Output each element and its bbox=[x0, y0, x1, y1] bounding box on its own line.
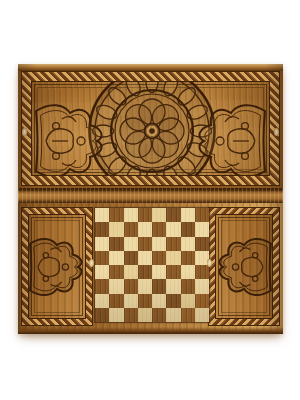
chess-square[interactable] bbox=[166, 265, 180, 279]
chess-square[interactable] bbox=[109, 237, 123, 251]
chess-square[interactable] bbox=[195, 308, 209, 322]
chess-square[interactable] bbox=[181, 208, 195, 222]
chess-square[interactable] bbox=[181, 279, 195, 293]
chess-square[interactable] bbox=[124, 208, 138, 222]
chess-square[interactable] bbox=[166, 251, 180, 265]
lid-top-edge bbox=[18, 64, 283, 71]
chess-square[interactable] bbox=[181, 222, 195, 236]
lid-medallion-left bbox=[32, 101, 106, 176]
chess-square[interactable] bbox=[124, 222, 138, 236]
chess-square[interactable] bbox=[95, 308, 109, 322]
chess-square[interactable] bbox=[195, 279, 209, 293]
chess-square[interactable] bbox=[181, 251, 195, 265]
backgammon-chess-case bbox=[18, 64, 283, 334]
chess-square[interactable] bbox=[109, 251, 123, 265]
latch-pin-hole-lid-left bbox=[22, 128, 27, 136]
chess-square[interactable] bbox=[166, 294, 180, 308]
side-panel-right bbox=[208, 207, 280, 326]
chess-square[interactable] bbox=[109, 308, 123, 322]
chess-square[interactable] bbox=[95, 251, 109, 265]
chess-square[interactable] bbox=[109, 222, 123, 236]
side-panel-left bbox=[21, 207, 93, 326]
case-hinge-seam bbox=[18, 188, 283, 203]
chess-board bbox=[95, 208, 209, 322]
chess-square[interactable] bbox=[181, 265, 195, 279]
chess-square[interactable] bbox=[152, 279, 166, 293]
chess-square[interactable] bbox=[152, 308, 166, 322]
chess-square[interactable] bbox=[166, 208, 180, 222]
latch-pin-hole-lid-right bbox=[274, 128, 279, 136]
chess-square[interactable] bbox=[109, 279, 123, 293]
lid-carved-field bbox=[31, 81, 270, 176]
chess-square[interactable] bbox=[195, 208, 209, 222]
case-lid bbox=[18, 64, 283, 188]
right-panel-field bbox=[215, 214, 273, 319]
chess-square[interactable] bbox=[181, 237, 195, 251]
chess-square[interactable] bbox=[152, 222, 166, 236]
chess-square[interactable] bbox=[152, 294, 166, 308]
product-photo bbox=[0, 0, 300, 400]
chess-square[interactable] bbox=[138, 251, 152, 265]
chess-square[interactable] bbox=[109, 294, 123, 308]
trefoil-ornament-left bbox=[28, 229, 85, 305]
chess-square[interactable] bbox=[95, 279, 109, 293]
chess-square[interactable] bbox=[181, 308, 195, 322]
chess-square[interactable] bbox=[95, 294, 109, 308]
chess-square[interactable] bbox=[124, 279, 138, 293]
chess-square[interactable] bbox=[195, 265, 209, 279]
chess-square[interactable] bbox=[152, 208, 166, 222]
chess-square[interactable] bbox=[195, 222, 209, 236]
chess-square[interactable] bbox=[95, 208, 109, 222]
chess-square[interactable] bbox=[109, 265, 123, 279]
left-panel-field bbox=[28, 214, 86, 319]
chess-square[interactable] bbox=[138, 222, 152, 236]
chess-square[interactable] bbox=[138, 265, 152, 279]
case-bottom-half bbox=[18, 203, 283, 334]
chess-square[interactable] bbox=[124, 294, 138, 308]
chess-square[interactable] bbox=[95, 237, 109, 251]
chess-square[interactable] bbox=[195, 294, 209, 308]
chess-square[interactable] bbox=[138, 237, 152, 251]
chess-square[interactable] bbox=[138, 308, 152, 322]
chess-square[interactable] bbox=[166, 308, 180, 322]
chess-square[interactable] bbox=[95, 265, 109, 279]
chess-square[interactable] bbox=[152, 265, 166, 279]
chess-square[interactable] bbox=[124, 308, 138, 322]
chess-square[interactable] bbox=[124, 251, 138, 265]
chess-square[interactable] bbox=[166, 237, 180, 251]
chess-square[interactable] bbox=[195, 237, 209, 251]
chess-square[interactable] bbox=[181, 294, 195, 308]
chess-square[interactable] bbox=[138, 208, 152, 222]
chess-square[interactable] bbox=[95, 222, 109, 236]
chess-square[interactable] bbox=[124, 265, 138, 279]
latch-pin-hole-bottom-left bbox=[89, 259, 94, 267]
chess-square[interactable] bbox=[124, 237, 138, 251]
chess-square[interactable] bbox=[138, 279, 152, 293]
chess-square[interactable] bbox=[166, 279, 180, 293]
chess-square[interactable] bbox=[152, 237, 166, 251]
chess-square[interactable] bbox=[166, 222, 180, 236]
chess-square[interactable] bbox=[109, 208, 123, 222]
latch-pin-hole-bottom-right bbox=[207, 259, 212, 267]
chess-square[interactable] bbox=[152, 251, 166, 265]
trefoil-ornament-right bbox=[216, 229, 273, 305]
lid-medallion-right bbox=[195, 101, 269, 176]
chess-square[interactable] bbox=[138, 294, 152, 308]
braided-border-lid bbox=[21, 71, 280, 186]
